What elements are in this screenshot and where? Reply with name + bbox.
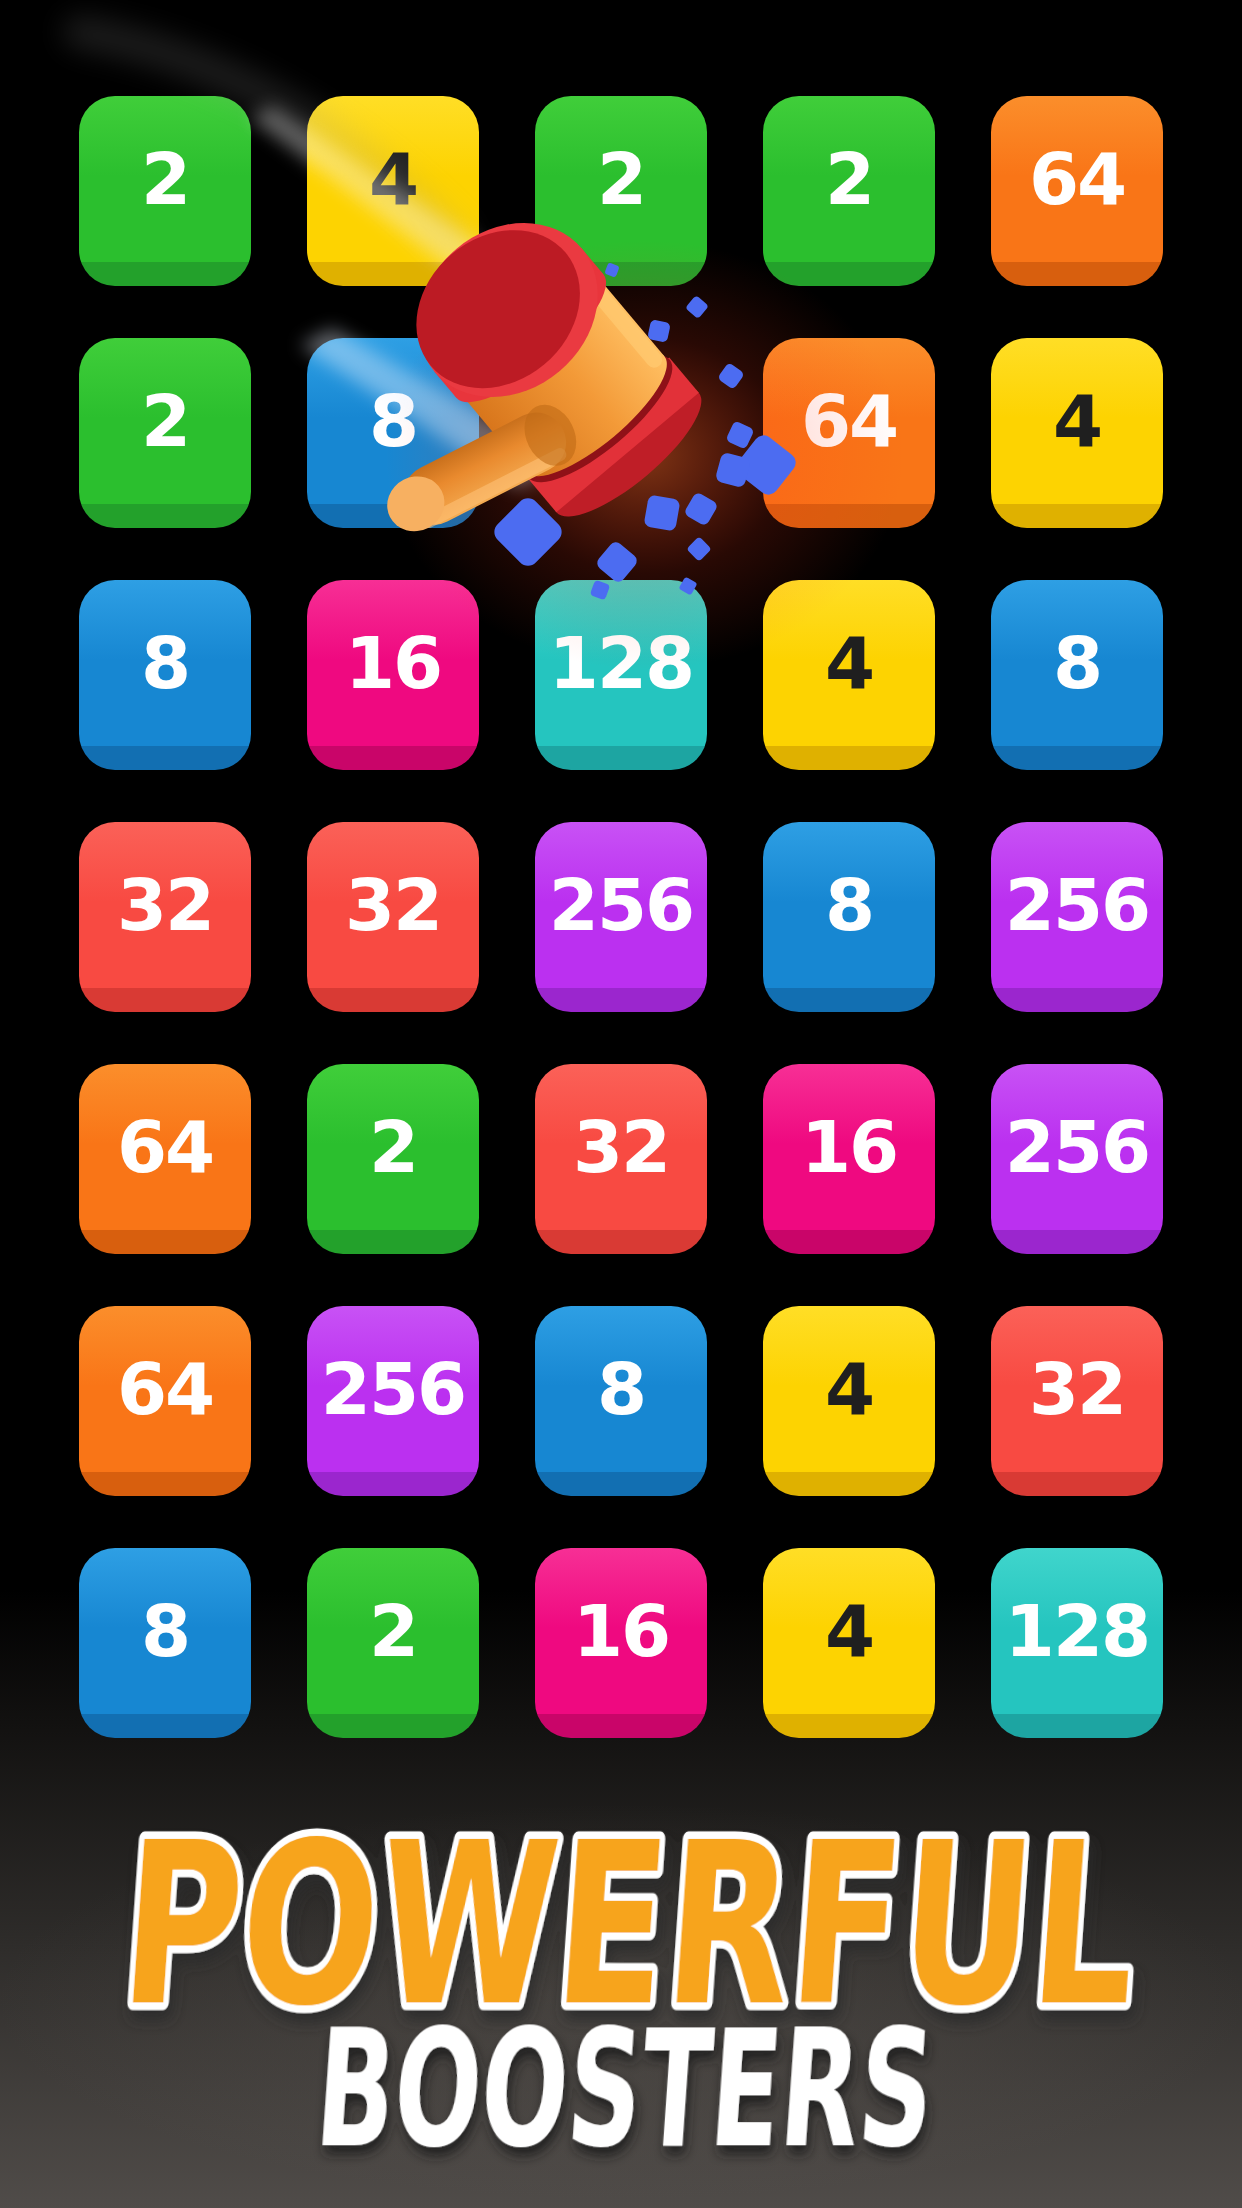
tile-4-yellow[interactable]: 4 [991,338,1163,528]
tile-value: 4 [1053,385,1101,457]
tile-4-yellow[interactable]: 4 [763,580,935,770]
tile-value: 16 [801,1111,897,1183]
tile-value: 256 [1005,1111,1149,1183]
tile-8-blue[interactable]: 8 [79,580,251,770]
tile-16-pink[interactable]: 16 [763,1064,935,1254]
tile-value: 64 [1029,143,1125,215]
tile-value: 64 [117,1111,213,1183]
tile-value: 4 [825,1353,873,1425]
tile-16-pink[interactable]: 16 [535,1548,707,1738]
tile-8-blue[interactable]: 8 [307,338,479,528]
smashed-tile-slot [535,338,707,528]
tile-value: 8 [1053,627,1101,699]
tile-32-red[interactable]: 32 [535,1064,707,1254]
tile-64-orange[interactable]: 64 [79,1064,251,1254]
tile-value: 2 [597,143,645,215]
tile-value: 128 [549,627,693,699]
tile-value: 128 [1005,1595,1149,1667]
tile-value: 32 [1029,1353,1125,1425]
tile-32-red[interactable]: 32 [79,822,251,1012]
tile-value: 2 [369,1111,417,1183]
tile-board: 2422642864481612848323225682566423216256… [79,96,1163,1738]
tile-value: 8 [597,1353,645,1425]
tile-2-green[interactable]: 2 [535,96,707,286]
tile-8-blue[interactable]: 8 [991,580,1163,770]
tile-128-teal[interactable]: 128 [991,1548,1163,1738]
tile-2-green[interactable]: 2 [307,1064,479,1254]
tile-value: 16 [345,627,441,699]
tile-value: 2 [141,385,189,457]
tile-value: 2 [369,1595,417,1667]
tile-2-green[interactable]: 2 [307,1548,479,1738]
tile-256-purple[interactable]: 256 [991,1064,1163,1254]
tile-value: 8 [369,385,417,457]
tile-value: 256 [549,869,693,941]
tile-256-purple[interactable]: 256 [307,1306,479,1496]
tile-value: 16 [573,1595,669,1667]
tile-value: 32 [345,869,441,941]
tile-8-blue[interactable]: 8 [763,822,935,1012]
tile-8-blue[interactable]: 8 [535,1306,707,1496]
bottom-glow [0,1750,1242,2208]
tile-value: 4 [369,143,417,215]
tile-2-green[interactable]: 2 [763,96,935,286]
tile-value: 32 [117,869,213,941]
tile-value: 256 [321,1353,465,1425]
tile-32-red[interactable]: 32 [991,1306,1163,1496]
tile-64-orange[interactable]: 64 [991,96,1163,286]
tile-64-orange[interactable]: 64 [79,1306,251,1496]
tile-value: 2 [825,143,873,215]
tile-value: 4 [825,1595,873,1667]
tile-16-pink[interactable]: 16 [307,580,479,770]
tile-value: 8 [141,1595,189,1667]
banner-powerful: POWERFUL [114,1793,1144,2055]
tile-2-green[interactable]: 2 [79,338,251,528]
tile-4-yellow[interactable]: 4 [763,1306,935,1496]
tile-value: 4 [825,627,873,699]
tile-value: 8 [141,627,189,699]
banner-boosters: BOOSTERS [311,1994,940,2183]
tile-value: 64 [801,385,897,457]
tile-value: 32 [573,1111,669,1183]
tile-8-blue[interactable]: 8 [79,1548,251,1738]
tile-256-purple[interactable]: 256 [991,822,1163,1012]
tile-4-yellow[interactable]: 4 [307,96,479,286]
banner: POWERFUL BOOSTERS [0,1790,1242,2208]
tile-value: 2 [141,143,189,215]
tile-256-purple[interactable]: 256 [535,822,707,1012]
tile-value: 8 [825,869,873,941]
tile-value: 256 [1005,869,1149,941]
tile-64-orange[interactable]: 64 [763,338,935,528]
tile-32-red[interactable]: 32 [307,822,479,1012]
tile-2-green[interactable]: 2 [79,96,251,286]
tile-4-yellow[interactable]: 4 [763,1548,935,1738]
tile-128-teal[interactable]: 128 [535,580,707,770]
tile-value: 64 [117,1353,213,1425]
booster-promo-screen: 2422642864481612848323225682566423216256… [0,0,1242,2208]
